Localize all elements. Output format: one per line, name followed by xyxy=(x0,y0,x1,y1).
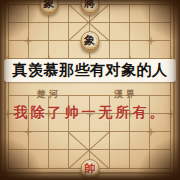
xiangqi-meme-screenshot: 楚河 漢界 象將象帥 真羡慕那些有对象的人 我除了帅一无所有。 xyxy=(0,0,180,180)
board-cell xyxy=(150,5,170,23)
star-point-marker xyxy=(147,129,154,136)
board-cell xyxy=(49,23,69,41)
board-cell xyxy=(29,132,49,150)
board-cell xyxy=(130,5,150,23)
board-cell xyxy=(49,132,69,150)
board-cell xyxy=(110,23,130,41)
xiangqi-board xyxy=(8,4,171,169)
board-cell xyxy=(150,150,170,168)
piece-red-general[interactable]: 帥 xyxy=(80,159,99,178)
board-cell xyxy=(110,150,130,168)
board-cell xyxy=(9,150,29,168)
board-cell xyxy=(49,41,69,59)
caption-bottom: 我除了帅一无所有。 xyxy=(0,103,180,123)
board-cell xyxy=(29,23,49,41)
star-point-marker xyxy=(25,37,32,44)
star-point-marker xyxy=(147,37,154,44)
board-cell xyxy=(49,150,69,168)
river-label-right: 漢界 xyxy=(114,88,138,101)
caption-top: 真羡慕那些有对象的人 xyxy=(4,59,176,82)
board-cell xyxy=(110,5,130,23)
board-cell xyxy=(130,150,150,168)
piece-black-elephant[interactable]: 象 xyxy=(80,31,99,50)
board-cell xyxy=(9,5,29,23)
river-label-left: 楚河 xyxy=(37,88,61,101)
board-cell xyxy=(29,150,49,168)
star-point-marker xyxy=(25,129,32,136)
board-cell xyxy=(110,132,130,150)
